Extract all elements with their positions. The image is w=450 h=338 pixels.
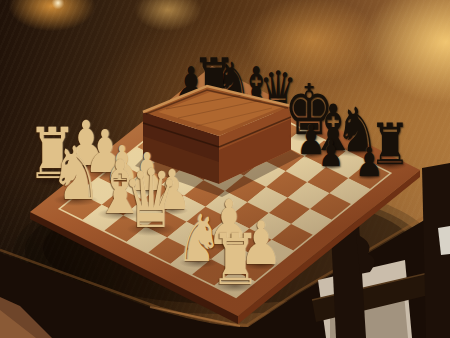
black-pawn[interactable]: ♟ [172, 60, 209, 112]
black-pawn[interactable]: ♟ [318, 136, 344, 172]
white-queen[interactable]: ♛ [122, 159, 180, 240]
white-rook[interactable]: ♜ [210, 225, 260, 295]
black-pawn[interactable]: ♟ [355, 142, 384, 182]
photo-scene: ♟♜♞♝♛ ♚♟♝♟♞♜♟♟♜♟♟♟♞♟♝♛♟♞♟♜ [0, 0, 450, 338]
